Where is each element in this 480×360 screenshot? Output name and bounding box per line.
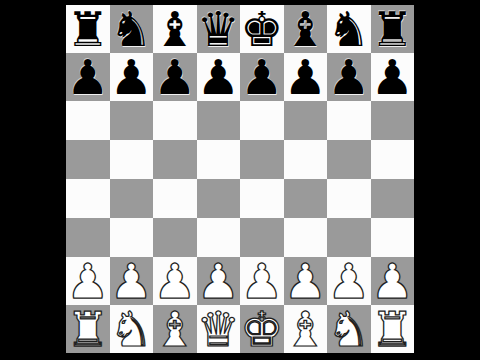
square-h2[interactable]: ♟ — [371, 257, 415, 305]
piece-black-pawn[interactable]: ♟ — [153, 53, 196, 101]
piece-black-rook[interactable]: ♜ — [371, 5, 414, 53]
square-c7[interactable]: ♟ — [153, 53, 197, 101]
piece-black-knight[interactable]: ♞ — [110, 5, 153, 53]
square-d4[interactable] — [197, 179, 241, 218]
piece-white-rook[interactable]: ♜ — [371, 305, 414, 353]
square-e8[interactable]: ♚ — [240, 5, 284, 53]
square-e4[interactable] — [240, 179, 284, 218]
square-h7[interactable]: ♟ — [371, 53, 415, 101]
square-h3[interactable] — [371, 218, 415, 257]
letterbox-background: ♜♞♝♛♚♝♞♜♟♟♟♟♟♟♟♟♟♟♟♟♟♟♟♟♜♞♝♛♚♝♞♜ — [0, 0, 480, 360]
square-c1[interactable]: ♝ — [153, 305, 197, 353]
square-h4[interactable] — [371, 179, 415, 218]
piece-black-pawn[interactable]: ♟ — [284, 53, 327, 101]
square-g2[interactable]: ♟ — [327, 257, 371, 305]
square-a6[interactable] — [66, 101, 110, 140]
piece-white-pawn[interactable]: ♟ — [153, 257, 196, 305]
square-c3[interactable] — [153, 218, 197, 257]
square-d8[interactable]: ♛ — [197, 5, 241, 53]
piece-white-king[interactable]: ♚ — [240, 305, 283, 353]
square-g7[interactable]: ♟ — [327, 53, 371, 101]
piece-white-knight[interactable]: ♞ — [110, 305, 153, 353]
square-a1[interactable]: ♜ — [66, 305, 110, 353]
piece-black-knight[interactable]: ♞ — [327, 5, 370, 53]
square-f3[interactable] — [284, 218, 328, 257]
square-c5[interactable] — [153, 140, 197, 179]
square-b7[interactable]: ♟ — [110, 53, 154, 101]
square-b5[interactable] — [110, 140, 154, 179]
square-g1[interactable]: ♞ — [327, 305, 371, 353]
square-g4[interactable] — [327, 179, 371, 218]
square-e2[interactable]: ♟ — [240, 257, 284, 305]
square-f5[interactable] — [284, 140, 328, 179]
piece-black-queen[interactable]: ♛ — [197, 5, 240, 53]
piece-black-king[interactable]: ♚ — [240, 5, 283, 53]
square-b6[interactable] — [110, 101, 154, 140]
piece-white-pawn[interactable]: ♟ — [284, 257, 327, 305]
square-e7[interactable]: ♟ — [240, 53, 284, 101]
piece-white-knight[interactable]: ♞ — [327, 305, 370, 353]
piece-white-pawn[interactable]: ♟ — [371, 257, 414, 305]
piece-white-pawn[interactable]: ♟ — [66, 257, 109, 305]
piece-white-pawn[interactable]: ♟ — [327, 257, 370, 305]
square-a5[interactable] — [66, 140, 110, 179]
square-f2[interactable]: ♟ — [284, 257, 328, 305]
square-f8[interactable]: ♝ — [284, 5, 328, 53]
square-d3[interactable] — [197, 218, 241, 257]
square-c2[interactable]: ♟ — [153, 257, 197, 305]
piece-black-pawn[interactable]: ♟ — [110, 53, 153, 101]
square-b3[interactable] — [110, 218, 154, 257]
piece-black-bishop[interactable]: ♝ — [153, 5, 196, 53]
square-d1[interactable]: ♛ — [197, 305, 241, 353]
piece-black-pawn[interactable]: ♟ — [240, 53, 283, 101]
square-f6[interactable] — [284, 101, 328, 140]
square-f4[interactable] — [284, 179, 328, 218]
piece-white-pawn[interactable]: ♟ — [240, 257, 283, 305]
chess-board: ♜♞♝♛♚♝♞♜♟♟♟♟♟♟♟♟♟♟♟♟♟♟♟♟♜♞♝♛♚♝♞♜ — [66, 5, 414, 353]
square-b8[interactable]: ♞ — [110, 5, 154, 53]
piece-white-pawn[interactable]: ♟ — [110, 257, 153, 305]
square-c8[interactable]: ♝ — [153, 5, 197, 53]
square-c4[interactable] — [153, 179, 197, 218]
piece-black-pawn[interactable]: ♟ — [197, 53, 240, 101]
square-a2[interactable]: ♟ — [66, 257, 110, 305]
square-g3[interactable] — [327, 218, 371, 257]
square-a8[interactable]: ♜ — [66, 5, 110, 53]
piece-white-bishop[interactable]: ♝ — [153, 305, 196, 353]
square-d5[interactable] — [197, 140, 241, 179]
square-h8[interactable]: ♜ — [371, 5, 415, 53]
square-d7[interactable]: ♟ — [197, 53, 241, 101]
square-d2[interactable]: ♟ — [197, 257, 241, 305]
piece-white-queen[interactable]: ♛ — [197, 305, 240, 353]
square-h1[interactable]: ♜ — [371, 305, 415, 353]
square-c6[interactable] — [153, 101, 197, 140]
square-a4[interactable] — [66, 179, 110, 218]
square-g8[interactable]: ♞ — [327, 5, 371, 53]
square-b1[interactable]: ♞ — [110, 305, 154, 353]
square-e1[interactable]: ♚ — [240, 305, 284, 353]
square-f7[interactable]: ♟ — [284, 53, 328, 101]
piece-black-rook[interactable]: ♜ — [66, 5, 109, 53]
square-g6[interactable] — [327, 101, 371, 140]
square-a7[interactable]: ♟ — [66, 53, 110, 101]
square-e5[interactable] — [240, 140, 284, 179]
square-f1[interactable]: ♝ — [284, 305, 328, 353]
square-e3[interactable] — [240, 218, 284, 257]
piece-white-rook[interactable]: ♜ — [66, 305, 109, 353]
square-e6[interactable] — [240, 101, 284, 140]
square-h6[interactable] — [371, 101, 415, 140]
square-a3[interactable] — [66, 218, 110, 257]
piece-white-bishop[interactable]: ♝ — [284, 305, 327, 353]
piece-black-pawn[interactable]: ♟ — [327, 53, 370, 101]
piece-black-pawn[interactable]: ♟ — [66, 53, 109, 101]
piece-black-bishop[interactable]: ♝ — [284, 5, 327, 53]
square-h5[interactable] — [371, 140, 415, 179]
square-b4[interactable] — [110, 179, 154, 218]
piece-white-pawn[interactable]: ♟ — [197, 257, 240, 305]
piece-black-pawn[interactable]: ♟ — [371, 53, 414, 101]
square-b2[interactable]: ♟ — [110, 257, 154, 305]
square-g5[interactable] — [327, 140, 371, 179]
square-d6[interactable] — [197, 101, 241, 140]
